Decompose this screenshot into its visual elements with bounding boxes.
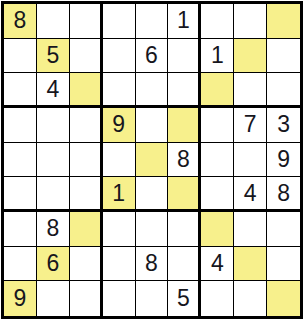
cell-r8c2[interactable]: 6: [37, 247, 70, 282]
cell-r1c7[interactable]: [201, 4, 234, 39]
cell-r4c3[interactable]: [70, 108, 103, 143]
cell-r1c3[interactable]: [70, 4, 103, 39]
cell-r3c7[interactable]: [201, 73, 234, 108]
cell-r3c1[interactable]: [4, 73, 37, 108]
cell-r2c4[interactable]: [103, 39, 136, 74]
cell-r8c1[interactable]: [4, 247, 37, 282]
cell-r1c8[interactable]: [234, 4, 267, 39]
cell-r9c2[interactable]: [37, 281, 70, 316]
cell-r6c7[interactable]: [201, 177, 234, 212]
cell-r2c3[interactable]: [70, 39, 103, 74]
cell-r4c4[interactable]: 9: [103, 108, 136, 143]
cell-r6c5[interactable]: [136, 177, 169, 212]
cell-r1c6[interactable]: 1: [168, 4, 201, 39]
cell-r9c3[interactable]: [70, 281, 103, 316]
cell-r7c2[interactable]: 8: [37, 212, 70, 247]
cell-r6c3[interactable]: [70, 177, 103, 212]
cell-r3c2[interactable]: 4: [37, 73, 70, 108]
cell-r7c9[interactable]: [267, 212, 300, 247]
cell-r8c8[interactable]: [234, 247, 267, 282]
cell-r6c8[interactable]: 4: [234, 177, 267, 212]
cell-r6c6[interactable]: [168, 177, 201, 212]
cell-r3c3[interactable]: [70, 73, 103, 108]
cell-r3c6[interactable]: [168, 73, 201, 108]
cell-r3c9[interactable]: [267, 73, 300, 108]
cell-r1c1[interactable]: 8: [4, 4, 37, 39]
cell-r7c5[interactable]: [136, 212, 169, 247]
cell-r8c9[interactable]: [267, 247, 300, 282]
cell-r8c7[interactable]: 4: [201, 247, 234, 282]
cell-r8c6[interactable]: [168, 247, 201, 282]
cell-r4c7[interactable]: [201, 108, 234, 143]
cell-r7c7[interactable]: [201, 212, 234, 247]
cell-r6c4[interactable]: 1: [103, 177, 136, 212]
cell-r3c8[interactable]: [234, 73, 267, 108]
cell-r5c2[interactable]: [37, 143, 70, 178]
cell-r6c2[interactable]: [37, 177, 70, 212]
cell-r2c8[interactable]: [234, 39, 267, 74]
cell-r7c1[interactable]: [4, 212, 37, 247]
cell-r4c5[interactable]: [136, 108, 169, 143]
cell-r8c3[interactable]: [70, 247, 103, 282]
cell-r7c4[interactable]: [103, 212, 136, 247]
cell-r5c8[interactable]: [234, 143, 267, 178]
cell-r4c8[interactable]: 7: [234, 108, 267, 143]
cell-r4c6[interactable]: [168, 108, 201, 143]
cell-r9c8[interactable]: [234, 281, 267, 316]
cell-r1c4[interactable]: [103, 4, 136, 39]
cell-r5c9[interactable]: 9: [267, 143, 300, 178]
cell-r5c3[interactable]: [70, 143, 103, 178]
cell-r2c6[interactable]: [168, 39, 201, 74]
cell-r5c6[interactable]: 8: [168, 143, 201, 178]
sudoku-page: 81561497389148868495: [0, 0, 304, 320]
cell-r1c9[interactable]: [267, 4, 300, 39]
cell-r5c1[interactable]: [4, 143, 37, 178]
cell-r3c4[interactable]: [103, 73, 136, 108]
cell-r5c7[interactable]: [201, 143, 234, 178]
cell-r2c7[interactable]: 1: [201, 39, 234, 74]
cell-r4c2[interactable]: [37, 108, 70, 143]
cell-r9c9[interactable]: [267, 281, 300, 316]
cell-r8c4[interactable]: [103, 247, 136, 282]
cell-r1c2[interactable]: [37, 4, 70, 39]
cell-r5c5[interactable]: [136, 143, 169, 178]
cell-r9c1[interactable]: 9: [4, 281, 37, 316]
cell-r9c4[interactable]: [103, 281, 136, 316]
cell-r6c9[interactable]: 8: [267, 177, 300, 212]
cell-r9c7[interactable]: [201, 281, 234, 316]
cell-r1c5[interactable]: [136, 4, 169, 39]
cell-r9c6[interactable]: 5: [168, 281, 201, 316]
cell-r2c1[interactable]: [4, 39, 37, 74]
cell-r2c9[interactable]: [267, 39, 300, 74]
cell-r9c5[interactable]: [136, 281, 169, 316]
cell-r6c1[interactable]: [4, 177, 37, 212]
cell-r7c6[interactable]: [168, 212, 201, 247]
cell-r7c3[interactable]: [70, 212, 103, 247]
cell-r2c2[interactable]: 5: [37, 39, 70, 74]
cell-r4c1[interactable]: [4, 108, 37, 143]
cell-r8c5[interactable]: 8: [136, 247, 169, 282]
cell-r5c4[interactable]: [103, 143, 136, 178]
cell-r4c9[interactable]: 3: [267, 108, 300, 143]
sudoku-board: 81561497389148868495: [1, 1, 303, 319]
cell-r2c5[interactable]: 6: [136, 39, 169, 74]
cell-r7c8[interactable]: [234, 212, 267, 247]
cell-r3c5[interactable]: [136, 73, 169, 108]
